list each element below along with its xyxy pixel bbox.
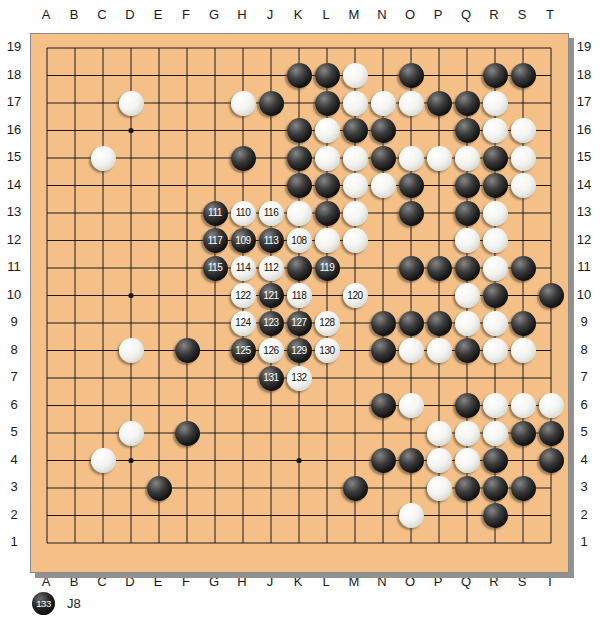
black-stone-Q17[interactable] <box>455 91 480 116</box>
black-stone-P9[interactable] <box>427 311 452 336</box>
row-label-left-3: 3 <box>1 479 27 494</box>
col-label-top-F: F <box>173 7 199 22</box>
row-label-left-12: 12 <box>1 232 27 247</box>
white-stone-P8[interactable] <box>427 338 452 363</box>
white-stone-R8[interactable] <box>483 338 508 363</box>
col-label-bottom-N: N <box>369 574 395 589</box>
row-label-right-12: 12 <box>571 232 597 247</box>
white-stone-J11-move-112[interactable]: 112 <box>259 256 284 281</box>
white-stone-T6[interactable] <box>539 393 564 418</box>
white-stone-Q4[interactable] <box>455 448 480 473</box>
black-stone-L17[interactable] <box>315 91 340 116</box>
white-stone-D17[interactable] <box>119 91 144 116</box>
white-stone-O6[interactable] <box>399 393 424 418</box>
col-label-top-G: G <box>201 7 227 22</box>
white-stone-D8[interactable] <box>119 338 144 363</box>
white-stone-L9-move-128[interactable]: 128 <box>315 311 340 336</box>
white-stone-M14[interactable] <box>343 173 368 198</box>
black-stone-O4[interactable] <box>399 448 424 473</box>
black-stone-J12-move-113[interactable]: 113 <box>259 228 284 253</box>
black-stone-K11[interactable] <box>287 256 312 281</box>
black-stone-O9[interactable] <box>399 311 424 336</box>
white-stone-R17[interactable] <box>483 91 508 116</box>
white-stone-L12[interactable] <box>315 228 340 253</box>
black-stone-Q8[interactable] <box>455 338 480 363</box>
row-label-left-17: 17 <box>1 94 27 109</box>
row-label-right-8: 8 <box>571 342 597 357</box>
row-label-right-11: 11 <box>571 259 597 274</box>
black-stone-Q14[interactable] <box>455 173 480 198</box>
row-label-left-2: 2 <box>1 507 27 522</box>
row-label-right-3: 3 <box>571 479 597 494</box>
star-point-D16 <box>128 128 133 133</box>
move-caption: 133 J8 <box>32 590 81 616</box>
white-stone-J8-move-126[interactable]: 126 <box>259 338 284 363</box>
white-stone-M18[interactable] <box>343 63 368 88</box>
col-label-top-S: S <box>509 7 535 22</box>
row-label-right-6: 6 <box>571 397 597 412</box>
caption-stone-black: 133 <box>32 592 55 615</box>
col-label-top-R: R <box>481 7 507 22</box>
star-point-D4 <box>128 458 133 463</box>
black-stone-J10-move-121[interactable]: 121 <box>259 283 284 308</box>
black-stone-K16[interactable] <box>287 118 312 143</box>
col-label-bottom-R: R <box>481 574 507 589</box>
white-stone-R9[interactable] <box>483 311 508 336</box>
col-label-top-M: M <box>341 7 367 22</box>
black-stone-K8-move-129[interactable]: 129 <box>287 338 312 363</box>
white-stone-Q9[interactable] <box>455 311 480 336</box>
black-stone-R14[interactable] <box>483 173 508 198</box>
white-stone-M13[interactable] <box>343 201 368 226</box>
white-stone-S15[interactable] <box>511 146 536 171</box>
col-label-top-L: L <box>313 7 339 22</box>
col-label-top-C: C <box>89 7 115 22</box>
black-stone-S9[interactable] <box>511 311 536 336</box>
black-stone-O18[interactable] <box>399 63 424 88</box>
black-stone-O11[interactable] <box>399 256 424 281</box>
white-stone-O2[interactable] <box>399 503 424 528</box>
col-label-bottom-F: F <box>173 574 199 589</box>
col-label-bottom-E: E <box>145 574 171 589</box>
black-stone-S3[interactable] <box>511 476 536 501</box>
white-stone-M15[interactable] <box>343 146 368 171</box>
black-stone-T4[interactable] <box>539 448 564 473</box>
black-stone-L13[interactable] <box>315 201 340 226</box>
black-stone-R10[interactable] <box>483 283 508 308</box>
white-stone-Q5[interactable] <box>455 421 480 446</box>
white-stone-K12-move-108[interactable]: 108 <box>287 228 312 253</box>
black-stone-K15[interactable] <box>287 146 312 171</box>
row-label-left-6: 6 <box>1 397 27 412</box>
col-label-top-H: H <box>229 7 255 22</box>
white-stone-S16[interactable] <box>511 118 536 143</box>
col-label-bottom-J: J <box>257 574 283 589</box>
white-stone-H11-move-114[interactable]: 114 <box>231 256 256 281</box>
black-stone-T10[interactable] <box>539 283 564 308</box>
col-label-top-E: E <box>145 7 171 22</box>
black-stone-R4[interactable] <box>483 448 508 473</box>
white-stone-L16[interactable] <box>315 118 340 143</box>
white-stone-N17[interactable] <box>371 91 396 116</box>
black-stone-Q13[interactable] <box>455 201 480 226</box>
col-label-bottom-D: D <box>117 574 143 589</box>
black-stone-K18[interactable] <box>287 63 312 88</box>
row-label-right-14: 14 <box>571 177 597 192</box>
black-stone-N15[interactable] <box>371 146 396 171</box>
col-label-bottom-S: S <box>509 574 535 589</box>
black-stone-H12-move-109[interactable]: 109 <box>231 228 256 253</box>
black-stone-N9[interactable] <box>371 311 396 336</box>
row-label-right-19: 19 <box>571 39 597 54</box>
black-stone-F5[interactable] <box>175 421 200 446</box>
white-stone-R16[interactable] <box>483 118 508 143</box>
col-label-bottom-O: O <box>397 574 423 589</box>
row-label-left-4: 4 <box>1 452 27 467</box>
black-stone-K14[interactable] <box>287 173 312 198</box>
row-label-right-15: 15 <box>571 149 597 164</box>
black-stone-N6[interactable] <box>371 393 396 418</box>
black-stone-J17[interactable] <box>259 91 284 116</box>
row-label-left-7: 7 <box>1 369 27 384</box>
black-stone-J7-move-131[interactable]: 131 <box>259 366 284 391</box>
white-stone-M10-move-120[interactable]: 120 <box>343 283 368 308</box>
white-stone-H13-move-110[interactable]: 110 <box>231 201 256 226</box>
col-label-top-D: D <box>117 7 143 22</box>
white-stone-S6[interactable] <box>511 393 536 418</box>
black-stone-H8-move-125[interactable]: 125 <box>231 338 256 363</box>
col-label-bottom-C: C <box>89 574 115 589</box>
col-label-top-Q: Q <box>453 7 479 22</box>
col-label-bottom-M: M <box>341 574 367 589</box>
col-label-bottom-K: K <box>285 574 311 589</box>
black-stone-P11[interactable] <box>427 256 452 281</box>
row-label-right-7: 7 <box>571 369 597 384</box>
black-stone-H15[interactable] <box>231 146 256 171</box>
white-stone-L15[interactable] <box>315 146 340 171</box>
col-label-top-N: N <box>369 7 395 22</box>
row-label-left-14: 14 <box>1 177 27 192</box>
row-label-right-13: 13 <box>571 204 597 219</box>
white-stone-P15[interactable] <box>427 146 452 171</box>
black-stone-L14[interactable] <box>315 173 340 198</box>
col-label-bottom-B: B <box>61 574 87 589</box>
black-stone-Q16[interactable] <box>455 118 480 143</box>
caption-coordinate: J8 <box>67 596 81 611</box>
row-label-right-9: 9 <box>571 314 597 329</box>
row-label-left-15: 15 <box>1 149 27 164</box>
black-stone-Q11[interactable] <box>455 256 480 281</box>
col-label-bottom-G: G <box>201 574 227 589</box>
white-stone-R13[interactable] <box>483 201 508 226</box>
white-stone-Q10[interactable] <box>455 283 480 308</box>
col-label-bottom-Q: Q <box>453 574 479 589</box>
white-stone-O15[interactable] <box>399 146 424 171</box>
white-stone-R6[interactable] <box>483 393 508 418</box>
white-stone-O8[interactable] <box>399 338 424 363</box>
go-board[interactable]: 1111101161171091131081151141121191221211… <box>30 33 569 573</box>
go-diagram: ABCDEFGHJKLMNOPQRST ABCDEFGHJKLMNOPQRST … <box>0 0 600 635</box>
col-label-bottom-L: L <box>313 574 339 589</box>
white-stone-N14[interactable] <box>371 173 396 198</box>
white-stone-K13[interactable] <box>287 201 312 226</box>
black-stone-N16[interactable] <box>371 118 396 143</box>
black-stone-S18[interactable] <box>511 63 536 88</box>
white-stone-J13-move-116[interactable]: 116 <box>259 201 284 226</box>
black-stone-G13-move-111[interactable]: 111 <box>203 201 228 226</box>
black-stone-R3[interactable] <box>483 476 508 501</box>
row-label-left-8: 8 <box>1 342 27 357</box>
black-stone-Q3[interactable] <box>455 476 480 501</box>
white-stone-P3[interactable] <box>427 476 452 501</box>
white-stone-P4[interactable] <box>427 448 452 473</box>
row-label-right-18: 18 <box>571 67 597 82</box>
col-label-top-P: P <box>425 7 451 22</box>
black-stone-N4[interactable] <box>371 448 396 473</box>
row-label-right-1: 1 <box>571 534 597 549</box>
col-label-bottom-P: P <box>425 574 451 589</box>
black-stone-M3[interactable] <box>343 476 368 501</box>
col-label-top-K: K <box>285 7 311 22</box>
black-stone-E3[interactable] <box>147 476 172 501</box>
white-stone-C4[interactable] <box>91 448 116 473</box>
black-stone-F8[interactable] <box>175 338 200 363</box>
black-stone-J9-move-123[interactable]: 123 <box>259 311 284 336</box>
row-label-left-13: 13 <box>1 204 27 219</box>
white-stone-S14[interactable] <box>511 173 536 198</box>
black-stone-R2[interactable] <box>483 503 508 528</box>
row-label-left-16: 16 <box>1 122 27 137</box>
row-label-left-10: 10 <box>1 287 27 302</box>
col-label-top-J: J <box>257 7 283 22</box>
black-stone-M16[interactable] <box>343 118 368 143</box>
white-stone-M12[interactable] <box>343 228 368 253</box>
white-stone-C15[interactable] <box>91 146 116 171</box>
black-stone-G11-move-115[interactable]: 115 <box>203 256 228 281</box>
star-point-D10 <box>128 293 133 298</box>
white-stone-K7-move-132[interactable]: 132 <box>287 366 312 391</box>
row-label-right-17: 17 <box>571 94 597 109</box>
col-label-top-O: O <box>397 7 423 22</box>
black-stone-O14[interactable] <box>399 173 424 198</box>
white-stone-R12[interactable] <box>483 228 508 253</box>
star-point-K4 <box>296 458 301 463</box>
col-label-top-T: T <box>537 7 563 22</box>
white-stone-M17[interactable] <box>343 91 368 116</box>
white-stone-Q15[interactable] <box>455 146 480 171</box>
row-label-right-16: 16 <box>571 122 597 137</box>
black-stone-K9-move-127[interactable]: 127 <box>287 311 312 336</box>
col-label-bottom-H: H <box>229 574 255 589</box>
black-stone-S5[interactable] <box>511 421 536 446</box>
black-stone-G12-move-117[interactable]: 117 <box>203 228 228 253</box>
white-stone-L8-move-130[interactable]: 130 <box>315 338 340 363</box>
white-stone-H10-move-122[interactable]: 122 <box>231 283 256 308</box>
white-stone-D5[interactable] <box>119 421 144 446</box>
black-stone-T5[interactable] <box>539 421 564 446</box>
row-label-left-9: 9 <box>1 314 27 329</box>
row-label-right-10: 10 <box>571 287 597 302</box>
col-label-top-B: B <box>61 7 87 22</box>
black-stone-O13[interactable] <box>399 201 424 226</box>
white-stone-R11[interactable] <box>483 256 508 281</box>
row-label-left-19: 19 <box>1 39 27 54</box>
white-stone-K10-move-118[interactable]: 118 <box>287 283 312 308</box>
caption-move-number: 133 <box>36 598 51 609</box>
row-label-right-5: 5 <box>571 424 597 439</box>
black-stone-N8[interactable] <box>371 338 396 363</box>
black-stone-R18[interactable] <box>483 63 508 88</box>
white-stone-R5[interactable] <box>483 421 508 446</box>
black-stone-P17[interactable] <box>427 91 452 116</box>
col-label-bottom-T: T <box>537 574 563 589</box>
white-stone-S8[interactable] <box>511 338 536 363</box>
row-label-left-1: 1 <box>1 534 27 549</box>
white-stone-Q12[interactable] <box>455 228 480 253</box>
white-stone-P5[interactable] <box>427 421 452 446</box>
black-stone-L18[interactable] <box>315 63 340 88</box>
black-stone-S11[interactable] <box>511 256 536 281</box>
row-label-right-4: 4 <box>571 452 597 467</box>
row-label-left-18: 18 <box>1 67 27 82</box>
white-stone-H17[interactable] <box>231 91 256 116</box>
black-stone-Q6[interactable] <box>455 393 480 418</box>
white-stone-O17[interactable] <box>399 91 424 116</box>
row-label-left-11: 11 <box>1 259 27 274</box>
white-stone-H9-move-124[interactable]: 124 <box>231 311 256 336</box>
col-label-bottom-A: A <box>33 574 59 589</box>
col-label-top-A: A <box>33 7 59 22</box>
black-stone-L11-move-119[interactable]: 119 <box>315 256 340 281</box>
row-label-left-5: 5 <box>1 424 27 439</box>
row-label-right-2: 2 <box>571 507 597 522</box>
black-stone-R15[interactable] <box>483 146 508 171</box>
